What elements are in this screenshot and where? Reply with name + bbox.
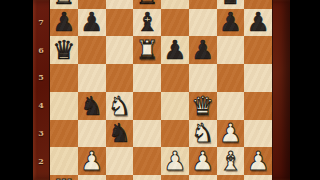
- square-g6[interactable]: [217, 36, 245, 64]
- piece-white-pawn[interactable]: ♟: [80, 148, 103, 174]
- piece-white-pawn[interactable]: ♟: [191, 148, 214, 174]
- square-f6[interactable]: ♟: [189, 36, 217, 64]
- square-h2[interactable]: ♟: [244, 147, 272, 175]
- square-b1[interactable]: [78, 175, 106, 180]
- square-a4[interactable]: [50, 92, 78, 120]
- square-b4[interactable]: ♞: [78, 92, 106, 120]
- square-f3[interactable]: ♞: [189, 120, 217, 148]
- square-e6[interactable]: ♟: [161, 36, 189, 64]
- piece-white-pawn[interactable]: ♟: [246, 148, 269, 174]
- square-e5[interactable]: [161, 64, 189, 92]
- piece-black-pawn[interactable]: ♟: [80, 9, 103, 35]
- rank-label-2: 2: [33, 157, 49, 166]
- square-e8[interactable]: [161, 0, 189, 9]
- rank-label-7: 7: [33, 18, 49, 27]
- square-h5[interactable]: [244, 64, 272, 92]
- piece-black-bishop[interactable]: ♝: [135, 9, 158, 35]
- square-d7[interactable]: ♝: [133, 9, 161, 37]
- square-c7[interactable]: [106, 9, 134, 37]
- piece-white-pawn[interactable]: ♟: [219, 120, 242, 146]
- square-c1[interactable]: [106, 175, 134, 180]
- square-e7[interactable]: [161, 9, 189, 37]
- piece-white-bishop[interactable]: ♝: [219, 148, 242, 174]
- square-e1[interactable]: [161, 175, 189, 180]
- piece-white-rook[interactable]: ♜: [135, 37, 158, 63]
- square-a1[interactable]: ♜: [50, 175, 78, 180]
- square-h3[interactable]: [244, 120, 272, 148]
- rank-label-3: 3: [33, 129, 49, 138]
- piece-white-rook[interactable]: ♜: [52, 176, 75, 180]
- square-a7[interactable]: ♟: [50, 9, 78, 37]
- piece-white-knight[interactable]: ♞: [108, 93, 131, 119]
- square-c8[interactable]: [106, 0, 134, 9]
- square-a5[interactable]: [50, 64, 78, 92]
- square-e2[interactable]: ♟: [161, 147, 189, 175]
- piece-white-pawn[interactable]: ♟: [163, 148, 186, 174]
- square-g7[interactable]: ♟: [217, 9, 245, 37]
- square-d6[interactable]: ♜: [133, 36, 161, 64]
- square-f8[interactable]: [189, 0, 217, 9]
- square-g4[interactable]: [217, 92, 245, 120]
- square-d2[interactable]: [133, 147, 161, 175]
- square-h7[interactable]: ♟: [244, 9, 272, 37]
- board-viewport: ♜♜♚♟♟♝♟♟♛♜♟♟♞♞♛♞♞♟♟♟♟♝♟♜: [49, 0, 273, 180]
- square-f7[interactable]: [189, 9, 217, 37]
- square-c5[interactable]: [106, 64, 134, 92]
- square-h4[interactable]: [244, 92, 272, 120]
- piece-black-pawn[interactable]: ♟: [246, 9, 269, 35]
- square-c3[interactable]: ♞: [106, 120, 134, 148]
- square-d4[interactable]: [133, 92, 161, 120]
- square-b5[interactable]: [78, 64, 106, 92]
- square-b3[interactable]: [78, 120, 106, 148]
- piece-black-knight[interactable]: ♞: [80, 93, 103, 119]
- square-b2[interactable]: ♟: [78, 147, 106, 175]
- square-h6[interactable]: [244, 36, 272, 64]
- square-g5[interactable]: [217, 64, 245, 92]
- piece-black-pawn[interactable]: ♟: [219, 9, 242, 35]
- rank-label-6: 6: [33, 46, 49, 55]
- piece-black-pawn[interactable]: ♟: [163, 37, 186, 63]
- square-c4[interactable]: ♞: [106, 92, 134, 120]
- rank-label-5: 5: [33, 73, 49, 82]
- square-a3[interactable]: [50, 120, 78, 148]
- square-d3[interactable]: [133, 120, 161, 148]
- screenshot-canvas: 765432 ♜♜♚♟♟♝♟♟♛♜♟♟♞♞♛♞♞♟♟♟♟♝♟♜: [0, 0, 320, 180]
- square-h1[interactable]: [244, 175, 272, 180]
- square-b6[interactable]: [78, 36, 106, 64]
- square-g1[interactable]: [217, 175, 245, 180]
- square-f5[interactable]: [189, 64, 217, 92]
- square-g2[interactable]: ♝: [217, 147, 245, 175]
- piece-black-queen[interactable]: ♛: [52, 37, 75, 63]
- square-c2[interactable]: [106, 147, 134, 175]
- piece-white-queen[interactable]: ♛: [191, 93, 214, 119]
- piece-black-pawn[interactable]: ♟: [191, 37, 214, 63]
- square-f1[interactable]: [189, 175, 217, 180]
- piece-white-knight[interactable]: ♞: [191, 120, 214, 146]
- square-a2[interactable]: [50, 147, 78, 175]
- rank-label-4: 4: [33, 101, 49, 110]
- square-d1[interactable]: [133, 175, 161, 180]
- square-f4[interactable]: ♛: [189, 92, 217, 120]
- square-e3[interactable]: [161, 120, 189, 148]
- square-b7[interactable]: ♟: [78, 9, 106, 37]
- square-e4[interactable]: [161, 92, 189, 120]
- square-a6[interactable]: ♛: [50, 36, 78, 64]
- square-f2[interactable]: ♟: [189, 147, 217, 175]
- piece-black-pawn[interactable]: ♟: [52, 9, 75, 35]
- board-frame: 765432 ♜♜♚♟♟♝♟♟♛♜♟♟♞♞♛♞♞♟♟♟♟♝♟♜: [33, 0, 290, 180]
- piece-black-knight[interactable]: ♞: [108, 120, 131, 146]
- chess-board: ♜♜♚♟♟♝♟♟♛♜♟♟♞♞♛♞♞♟♟♟♟♝♟♜: [50, 0, 272, 180]
- square-d5[interactable]: [133, 64, 161, 92]
- square-g3[interactable]: ♟: [217, 120, 245, 148]
- square-c6[interactable]: [106, 36, 134, 64]
